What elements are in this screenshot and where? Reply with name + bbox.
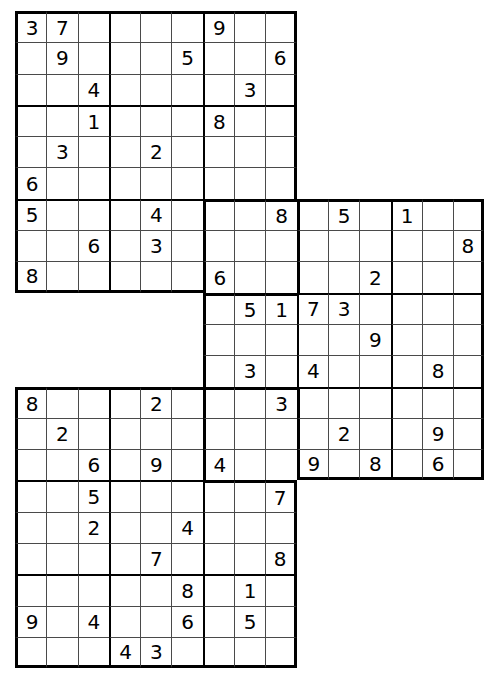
- cell-r5c1[interactable]: [15, 136, 46, 167]
- cell-r1c5[interactable]: [140, 11, 171, 42]
- cell-r1c8[interactable]: [234, 11, 265, 42]
- cell-r9c8[interactable]: [234, 261, 265, 292]
- sudoku-board: 3799564318326548516388625173934882322969…: [15, 11, 484, 668]
- cell-r12c10[interactable]: 4: [297, 355, 328, 386]
- cell-r14c8[interactable]: [234, 418, 265, 449]
- cell-r6c8[interactable]: [234, 167, 265, 198]
- cell-r9c14[interactable]: [422, 261, 453, 292]
- cell-r11c10[interactable]: [297, 324, 328, 355]
- cell-r13c12[interactable]: [359, 387, 390, 418]
- cell-r9c6[interactable]: [171, 261, 202, 292]
- cell-r18c7[interactable]: [203, 543, 234, 574]
- cell-r12c8[interactable]: 3: [234, 355, 265, 386]
- cell-r14c3[interactable]: [78, 418, 109, 449]
- cell-r7c11[interactable]: 5: [328, 199, 359, 230]
- cell-r9c12[interactable]: 2: [359, 261, 390, 292]
- cell-r21c3[interactable]: [78, 637, 109, 668]
- cell-r14c6[interactable]: [171, 418, 202, 449]
- cell-r4c5[interactable]: [140, 105, 171, 136]
- cell-r19c4[interactable]: [109, 574, 140, 605]
- cell-r7c12[interactable]: [359, 199, 390, 230]
- cell-r19c2[interactable]: [46, 574, 77, 605]
- cell-r18c5[interactable]: 7: [140, 543, 171, 574]
- cell-r2c1[interactable]: [15, 42, 46, 73]
- cell-r15c15[interactable]: [453, 449, 484, 480]
- cell-r17c2[interactable]: [46, 512, 77, 543]
- cell-r6c7[interactable]: [203, 167, 234, 198]
- cell-r7c8[interactable]: [234, 199, 265, 230]
- cell-r9c4[interactable]: [109, 261, 140, 292]
- cell-r8c12[interactable]: [359, 230, 390, 261]
- cell-r15c1[interactable]: [15, 449, 46, 480]
- cell-r2c6[interactable]: 5: [171, 42, 202, 73]
- cell-r15c10[interactable]: 9: [297, 449, 328, 480]
- cell-r1c7[interactable]: 9: [203, 11, 234, 42]
- cell-r21c5[interactable]: 3: [140, 637, 171, 668]
- cell-r15c3[interactable]: 6: [78, 449, 109, 480]
- cell-r8c6[interactable]: [171, 230, 202, 261]
- cell-r15c12[interactable]: 8: [359, 449, 390, 480]
- cell-r13c7[interactable]: [203, 387, 234, 418]
- cell-r15c7[interactable]: 4: [203, 449, 234, 480]
- cell-r7c13[interactable]: 1: [391, 199, 422, 230]
- cell-r13c10[interactable]: [297, 387, 328, 418]
- cell-r9c5[interactable]: [140, 261, 171, 292]
- cell-r19c3[interactable]: [78, 574, 109, 605]
- cell-r4c3[interactable]: 1: [78, 105, 109, 136]
- cell-r9c15[interactable]: [453, 261, 484, 292]
- cell-r1c6[interactable]: [171, 11, 202, 42]
- cell-r15c8[interactable]: [234, 449, 265, 480]
- cell-r21c2[interactable]: [46, 637, 77, 668]
- cell-r18c3[interactable]: [78, 543, 109, 574]
- cell-r5c4[interactable]: [109, 136, 140, 167]
- cell-r21c1[interactable]: [15, 637, 46, 668]
- cell-r17c6[interactable]: 4: [171, 512, 202, 543]
- cell-r17c8[interactable]: [234, 512, 265, 543]
- cell-r6c3[interactable]: [78, 167, 109, 198]
- cell-r8c15[interactable]: 8: [453, 230, 484, 261]
- cell-r7c7[interactable]: [203, 199, 234, 230]
- cell-r16c8[interactable]: [234, 480, 265, 511]
- cell-r1c2[interactable]: 7: [46, 11, 77, 42]
- cell-r7c6[interactable]: [171, 199, 202, 230]
- cell-r8c3[interactable]: 6: [78, 230, 109, 261]
- cell-r8c11[interactable]: [328, 230, 359, 261]
- cell-r12c11[interactable]: [328, 355, 359, 386]
- cell-r10c15[interactable]: [453, 293, 484, 324]
- cell-r2c3[interactable]: [78, 42, 109, 73]
- cell-r17c7[interactable]: [203, 512, 234, 543]
- cell-r17c3[interactable]: 2: [78, 512, 109, 543]
- cell-r8c7[interactable]: [203, 230, 234, 261]
- cell-r10c11[interactable]: 3: [328, 293, 359, 324]
- cell-r11c13[interactable]: [391, 324, 422, 355]
- cell-r3c2[interactable]: [46, 74, 77, 105]
- cell-r6c5[interactable]: [140, 167, 171, 198]
- cell-r18c4[interactable]: [109, 543, 140, 574]
- cell-r14c12[interactable]: [359, 418, 390, 449]
- cell-r10c14[interactable]: [422, 293, 453, 324]
- cell-r5c2[interactable]: 3: [46, 136, 77, 167]
- cell-r10c10[interactable]: 7: [297, 293, 328, 324]
- cell-r7c1[interactable]: 5: [15, 199, 46, 230]
- cell-r17c5[interactable]: [140, 512, 171, 543]
- cell-r13c9[interactable]: 3: [265, 387, 296, 418]
- cell-r3c4[interactable]: [109, 74, 140, 105]
- cell-r13c3[interactable]: [78, 387, 109, 418]
- cell-r8c8[interactable]: [234, 230, 265, 261]
- cell-r21c9[interactable]: [265, 637, 296, 668]
- cell-r13c13[interactable]: [391, 387, 422, 418]
- cell-r14c7[interactable]: [203, 418, 234, 449]
- cell-r9c3[interactable]: [78, 261, 109, 292]
- cell-r6c4[interactable]: [109, 167, 140, 198]
- cell-r1c4[interactable]: [109, 11, 140, 42]
- cell-r11c12[interactable]: 9: [359, 324, 390, 355]
- cell-r19c1[interactable]: [15, 574, 46, 605]
- cell-r2c9[interactable]: 6: [265, 42, 296, 73]
- cell-r17c1[interactable]: [15, 512, 46, 543]
- cell-r19c6[interactable]: 8: [171, 574, 202, 605]
- cell-r4c8[interactable]: [234, 105, 265, 136]
- cell-r16c2[interactable]: [46, 480, 77, 511]
- cell-r8c5[interactable]: 3: [140, 230, 171, 261]
- cell-r13c6[interactable]: [171, 387, 202, 418]
- cell-r14c15[interactable]: [453, 418, 484, 449]
- cell-r7c9[interactable]: 8: [265, 199, 296, 230]
- cell-r17c4[interactable]: [109, 512, 140, 543]
- cell-r2c5[interactable]: [140, 42, 171, 73]
- cell-r12c13[interactable]: [391, 355, 422, 386]
- cell-r7c15[interactable]: [453, 199, 484, 230]
- cell-r1c3[interactable]: [78, 11, 109, 42]
- cell-r2c2[interactable]: 9: [46, 42, 77, 73]
- cell-r6c9[interactable]: [265, 167, 296, 198]
- cell-r21c8[interactable]: [234, 637, 265, 668]
- cell-r11c15[interactable]: [453, 324, 484, 355]
- cell-r9c9[interactable]: [265, 261, 296, 292]
- cell-r16c4[interactable]: [109, 480, 140, 511]
- cell-r2c8[interactable]: [234, 42, 265, 73]
- cell-r14c4[interactable]: [109, 418, 140, 449]
- cell-r7c10[interactable]: [297, 199, 328, 230]
- cell-r18c8[interactable]: [234, 543, 265, 574]
- cell-r8c14[interactable]: [422, 230, 453, 261]
- cell-r15c9[interactable]: [265, 449, 296, 480]
- cell-r14c9[interactable]: [265, 418, 296, 449]
- cell-r13c8[interactable]: [234, 387, 265, 418]
- cell-r8c4[interactable]: [109, 230, 140, 261]
- cell-r13c1[interactable]: 8: [15, 387, 46, 418]
- cell-r7c14[interactable]: [422, 199, 453, 230]
- cell-r12c9[interactable]: [265, 355, 296, 386]
- cell-r13c14[interactable]: [422, 387, 453, 418]
- cell-r12c7[interactable]: [203, 355, 234, 386]
- cell-r5c6[interactable]: [171, 136, 202, 167]
- cell-r4c9[interactable]: [265, 105, 296, 136]
- cell-r13c4[interactable]: [109, 387, 140, 418]
- cell-r4c7[interactable]: 8: [203, 105, 234, 136]
- cell-r19c9[interactable]: [265, 574, 296, 605]
- cell-r13c2[interactable]: [46, 387, 77, 418]
- cell-r21c6[interactable]: [171, 637, 202, 668]
- cell-r11c8[interactable]: [234, 324, 265, 355]
- cell-r16c7[interactable]: [203, 480, 234, 511]
- cell-r19c5[interactable]: [140, 574, 171, 605]
- cell-r15c11[interactable]: [328, 449, 359, 480]
- cell-r15c6[interactable]: [171, 449, 202, 480]
- cell-r15c4[interactable]: [109, 449, 140, 480]
- cell-r1c9[interactable]: [265, 11, 296, 42]
- cell-r20c8[interactable]: 5: [234, 606, 265, 637]
- cell-r13c5[interactable]: 2: [140, 387, 171, 418]
- triple-sudoku-page: 3799564318326548516388625173934882322969…: [0, 0, 500, 682]
- cell-r8c13[interactable]: [391, 230, 422, 261]
- cell-r21c4[interactable]: 4: [109, 637, 140, 668]
- cell-r5c5[interactable]: 2: [140, 136, 171, 167]
- cell-r18c9[interactable]: 8: [265, 543, 296, 574]
- cell-r20c7[interactable]: [203, 606, 234, 637]
- cell-r7c2[interactable]: [46, 199, 77, 230]
- cell-r5c7[interactable]: [203, 136, 234, 167]
- cell-r6c1[interactable]: 6: [15, 167, 46, 198]
- cell-r10c12[interactable]: [359, 293, 390, 324]
- cell-r11c9[interactable]: [265, 324, 296, 355]
- cell-r16c1[interactable]: [15, 480, 46, 511]
- cell-r17c9[interactable]: [265, 512, 296, 543]
- cell-r8c10[interactable]: [297, 230, 328, 261]
- cell-r9c11[interactable]: [328, 261, 359, 292]
- cell-r14c13[interactable]: [391, 418, 422, 449]
- cell-r7c4[interactable]: [109, 199, 140, 230]
- cell-r9c13[interactable]: [391, 261, 422, 292]
- cell-r3c7[interactable]: [203, 74, 234, 105]
- cell-r15c14[interactable]: 6: [422, 449, 453, 480]
- cell-r12c15[interactable]: [453, 355, 484, 386]
- cell-r16c5[interactable]: [140, 480, 171, 511]
- cell-r12c14[interactable]: 8: [422, 355, 453, 386]
- cell-r3c6[interactable]: [171, 74, 202, 105]
- cell-r20c4[interactable]: [109, 606, 140, 637]
- cell-r11c14[interactable]: [422, 324, 453, 355]
- cell-r16c3[interactable]: 5: [78, 480, 109, 511]
- cell-r5c8[interactable]: [234, 136, 265, 167]
- cell-r3c8[interactable]: 3: [234, 74, 265, 105]
- cell-r19c8[interactable]: 1: [234, 574, 265, 605]
- cell-r14c14[interactable]: 9: [422, 418, 453, 449]
- cell-r3c5[interactable]: [140, 74, 171, 105]
- cell-r11c7[interactable]: [203, 324, 234, 355]
- cell-r8c1[interactable]: [15, 230, 46, 261]
- cell-r11c11[interactable]: [328, 324, 359, 355]
- cell-r16c9[interactable]: 7: [265, 480, 296, 511]
- cell-r9c10[interactable]: [297, 261, 328, 292]
- cell-r18c1[interactable]: [15, 543, 46, 574]
- cell-r15c2[interactable]: [46, 449, 77, 480]
- cell-r15c13[interactable]: [391, 449, 422, 480]
- cell-r16c6[interactable]: [171, 480, 202, 511]
- cell-r3c1[interactable]: [15, 74, 46, 105]
- cell-r4c6[interactable]: [171, 105, 202, 136]
- cell-r10c13[interactable]: [391, 293, 422, 324]
- cell-r6c6[interactable]: [171, 167, 202, 198]
- cell-r5c3[interactable]: [78, 136, 109, 167]
- cell-r7c3[interactable]: [78, 199, 109, 230]
- cell-r14c5[interactable]: [140, 418, 171, 449]
- cell-r12c12[interactable]: [359, 355, 390, 386]
- cell-r5c9[interactable]: [265, 136, 296, 167]
- cell-r14c10[interactable]: [297, 418, 328, 449]
- cell-r13c11[interactable]: [328, 387, 359, 418]
- cell-r2c7[interactable]: [203, 42, 234, 73]
- cell-r20c3[interactable]: 4: [78, 606, 109, 637]
- cell-r7c5[interactable]: 4: [140, 199, 171, 230]
- cell-r8c9[interactable]: [265, 230, 296, 261]
- cell-r4c1[interactable]: [15, 105, 46, 136]
- cell-r20c1[interactable]: 9: [15, 606, 46, 637]
- cell-r2c4[interactable]: [109, 42, 140, 73]
- cell-r10c7[interactable]: [203, 293, 234, 324]
- cell-r19c7[interactable]: [203, 574, 234, 605]
- cell-r15c5[interactable]: 9: [140, 449, 171, 480]
- cell-r18c6[interactable]: [171, 543, 202, 574]
- cell-r14c2[interactable]: 2: [46, 418, 77, 449]
- cell-r6c2[interactable]: [46, 167, 77, 198]
- cell-r14c11[interactable]: 2: [328, 418, 359, 449]
- cell-r10c9[interactable]: 1: [265, 293, 296, 324]
- cell-r13c15[interactable]: [453, 387, 484, 418]
- cell-r8c2[interactable]: [46, 230, 77, 261]
- cell-r3c3[interactable]: 4: [78, 74, 109, 105]
- cell-r10c8[interactable]: 5: [234, 293, 265, 324]
- cell-r20c6[interactable]: 6: [171, 606, 202, 637]
- cell-r20c9[interactable]: [265, 606, 296, 637]
- cell-r20c2[interactable]: [46, 606, 77, 637]
- cell-r21c7[interactable]: [203, 637, 234, 668]
- cell-r9c1[interactable]: 8: [15, 261, 46, 292]
- cell-r18c2[interactable]: [46, 543, 77, 574]
- cell-r4c4[interactable]: [109, 105, 140, 136]
- cell-r20c5[interactable]: [140, 606, 171, 637]
- cell-r14c1[interactable]: [15, 418, 46, 449]
- cell-r9c2[interactable]: [46, 261, 77, 292]
- cell-r9c7[interactable]: 6: [203, 261, 234, 292]
- cell-r3c9[interactable]: [265, 74, 296, 105]
- cell-r4c2[interactable]: [46, 105, 77, 136]
- cell-r1c1[interactable]: 3: [15, 11, 46, 42]
